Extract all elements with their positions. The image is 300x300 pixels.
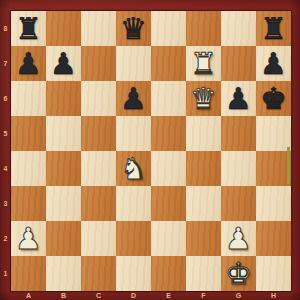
square-b7[interactable]: ♟ (46, 46, 81, 81)
square-d6[interactable]: ♟ (116, 81, 151, 116)
square-e4[interactable] (151, 151, 186, 186)
square-c5[interactable] (81, 116, 116, 151)
square-d5[interactable] (116, 116, 151, 151)
square-d2[interactable] (116, 221, 151, 256)
piece-black-pawn[interactable]: ♟ (46, 46, 81, 81)
rank-label-2: 2 (0, 221, 11, 256)
square-f5[interactable] (186, 116, 221, 151)
square-g2[interactable]: ♟ (221, 221, 256, 256)
square-d8[interactable]: ♛ (116, 11, 151, 46)
square-g3[interactable] (221, 186, 256, 221)
file-label-f: F (186, 291, 221, 300)
square-e6[interactable] (151, 81, 186, 116)
square-a5[interactable] (11, 116, 46, 151)
square-c6[interactable] (81, 81, 116, 116)
square-e8[interactable] (151, 11, 186, 46)
rank-label-7: 7 (0, 46, 11, 81)
square-c1[interactable] (81, 256, 116, 291)
file-label-c: C (81, 291, 116, 300)
square-h6[interactable]: ♚ (256, 81, 291, 116)
square-d3[interactable] (116, 186, 151, 221)
square-c3[interactable] (81, 186, 116, 221)
square-h1[interactable] (256, 256, 291, 291)
square-e3[interactable] (151, 186, 186, 221)
piece-white-queen[interactable]: ♛ (186, 81, 221, 116)
square-h8[interactable]: ♜ (256, 11, 291, 46)
square-b8[interactable] (46, 11, 81, 46)
square-b6[interactable] (46, 81, 81, 116)
square-h7[interactable]: ♟ (256, 46, 291, 81)
square-c4[interactable] (81, 151, 116, 186)
square-b1[interactable] (46, 256, 81, 291)
square-e5[interactable] (151, 116, 186, 151)
square-a3[interactable] (11, 186, 46, 221)
square-a1[interactable] (11, 256, 46, 291)
chess-board: ♜♛♜♟♟♜♟♟♛♟♚♞♟♟♚ (11, 11, 291, 291)
square-b3[interactable] (46, 186, 81, 221)
square-c7[interactable] (81, 46, 116, 81)
edge-highlight-strip (287, 147, 290, 184)
square-h4[interactable] (256, 151, 291, 186)
file-label-d: D (116, 291, 151, 300)
piece-black-pawn[interactable]: ♟ (11, 46, 46, 81)
piece-black-pawn[interactable]: ♟ (256, 46, 291, 81)
square-g6[interactable]: ♟ (221, 81, 256, 116)
square-g5[interactable] (221, 116, 256, 151)
rank-label-4: 4 (0, 151, 11, 186)
square-f4[interactable] (186, 151, 221, 186)
square-b2[interactable] (46, 221, 81, 256)
square-h2[interactable] (256, 221, 291, 256)
rank-label-5: 5 (0, 116, 11, 151)
piece-black-pawn[interactable]: ♟ (116, 81, 151, 116)
file-label-a: A (11, 291, 46, 300)
square-d1[interactable] (116, 256, 151, 291)
piece-white-pawn[interactable]: ♟ (11, 221, 46, 256)
square-a6[interactable] (11, 81, 46, 116)
file-label-e: E (151, 291, 186, 300)
square-f3[interactable] (186, 186, 221, 221)
square-f7[interactable]: ♜ (186, 46, 221, 81)
chess-board-frame: ♜♛♜♟♟♜♟♟♛♟♚♞♟♟♚ 87654321 ABCDEFGH (0, 0, 300, 300)
square-a8[interactable]: ♜ (11, 11, 46, 46)
piece-white-king[interactable]: ♚ (221, 256, 256, 291)
square-e2[interactable] (151, 221, 186, 256)
piece-white-pawn[interactable]: ♟ (221, 221, 256, 256)
square-h5[interactable] (256, 116, 291, 151)
square-e7[interactable] (151, 46, 186, 81)
rank-label-3: 3 (0, 186, 11, 221)
square-f8[interactable] (186, 11, 221, 46)
square-b4[interactable] (46, 151, 81, 186)
square-c2[interactable] (81, 221, 116, 256)
square-a4[interactable] (11, 151, 46, 186)
piece-black-rook[interactable]: ♜ (256, 11, 291, 46)
square-g8[interactable] (221, 11, 256, 46)
rank-label-6: 6 (0, 81, 11, 116)
file-label-b: B (46, 291, 81, 300)
square-a7[interactable]: ♟ (11, 46, 46, 81)
square-e1[interactable] (151, 256, 186, 291)
square-g4[interactable] (221, 151, 256, 186)
rank-label-8: 8 (0, 11, 11, 46)
square-d4[interactable]: ♞ (116, 151, 151, 186)
rank-label-1: 1 (0, 256, 11, 291)
square-g7[interactable] (221, 46, 256, 81)
square-d7[interactable] (116, 46, 151, 81)
square-h3[interactable] (256, 186, 291, 221)
file-label-g: G (221, 291, 256, 300)
square-f1[interactable] (186, 256, 221, 291)
square-g1[interactable]: ♚ (221, 256, 256, 291)
square-a2[interactable]: ♟ (11, 221, 46, 256)
piece-white-knight[interactable]: ♞ (116, 151, 151, 186)
piece-black-queen[interactable]: ♛ (116, 11, 151, 46)
square-f2[interactable] (186, 221, 221, 256)
piece-black-pawn[interactable]: ♟ (221, 81, 256, 116)
piece-white-rook[interactable]: ♜ (186, 46, 221, 81)
file-label-h: H (256, 291, 291, 300)
square-f6[interactable]: ♛ (186, 81, 221, 116)
piece-black-king[interactable]: ♚ (256, 81, 291, 116)
piece-black-rook[interactable]: ♜ (11, 11, 46, 46)
square-c8[interactable] (81, 11, 116, 46)
square-b5[interactable] (46, 116, 81, 151)
